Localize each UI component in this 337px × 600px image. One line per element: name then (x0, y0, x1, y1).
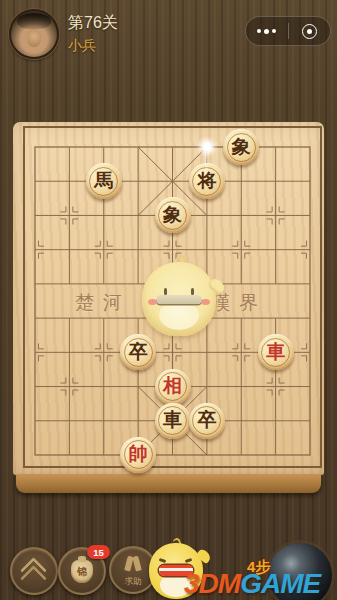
piece-車-black[interactable]: 車 (155, 403, 191, 439)
level-title: 第76关 (68, 13, 118, 34)
more-icon (257, 29, 261, 33)
piece-象-black[interactable]: 象 (223, 129, 259, 165)
piece-character: 象 (163, 205, 182, 224)
river-label-left: 楚河 (75, 290, 131, 316)
close-button[interactable] (289, 17, 331, 45)
piece-卒-black[interactable]: 卒 (189, 403, 225, 439)
piece-character: 卒 (197, 410, 216, 429)
watermark-3dmgame: 3DMGAME (184, 568, 320, 600)
piece-character: 車 (163, 410, 182, 429)
xiangqi-app-screen: 第76关 小兵 楚河 漢界 (0, 0, 337, 600)
player-avatar[interactable] (9, 9, 59, 59)
chick-belly (159, 300, 199, 330)
hint-count-badge: 15 (87, 545, 110, 559)
chick-eye (164, 288, 167, 295)
board-edge (16, 474, 321, 493)
piece-character: 相 (163, 376, 182, 395)
miniprogram-capsule (245, 16, 331, 46)
more-button[interactable] (246, 17, 288, 45)
piece-馬-black[interactable]: 馬 (86, 163, 122, 199)
level-subtitle: 小兵 (68, 37, 96, 55)
expand-menu-button[interactable] (10, 547, 58, 595)
piece-character: 馬 (94, 171, 113, 190)
chick-eye (191, 288, 194, 295)
chick-blush (201, 299, 210, 305)
chick-blush (148, 299, 157, 305)
chick-beak (156, 295, 202, 304)
xiangqi-board[interactable]: 楚河 漢界 象馬将象卒車相車卒帥 (13, 122, 324, 493)
piece-character: 象 (232, 137, 251, 156)
piece-相-red[interactable]: 相 (155, 369, 191, 405)
circle-dot-icon (302, 24, 317, 39)
more-icon (272, 29, 276, 33)
piece-character: 車 (266, 342, 285, 361)
piece-帥-red[interactable]: 帥 (120, 437, 156, 473)
piece-象-black[interactable]: 象 (155, 197, 191, 233)
last-move-sparkle (196, 136, 218, 158)
hint-bag-button[interactable]: 锦 15 (58, 547, 106, 595)
chick-mascot (142, 262, 216, 336)
piece-character: 卒 (129, 342, 148, 361)
piece-車-red[interactable]: 車 (258, 334, 294, 370)
more-icon (264, 29, 269, 34)
money-bag-icon: 锦 (71, 560, 93, 583)
praying-hands-icon (124, 555, 142, 571)
piece-character: 帥 (129, 444, 148, 463)
